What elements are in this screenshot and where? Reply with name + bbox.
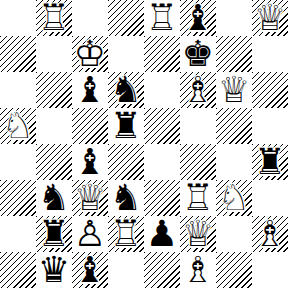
- square-h8[interactable]: ♛♕: [252, 0, 288, 36]
- square-g7[interactable]: [216, 36, 252, 72]
- piece-black-knight: ♞♞: [108, 180, 144, 216]
- square-g8[interactable]: [216, 0, 252, 36]
- piece-black-king: ♚♚: [180, 36, 216, 72]
- piece-glyph: ♕: [72, 180, 108, 216]
- square-f3[interactable]: ♜♖: [180, 180, 216, 216]
- piece-white-king: ♚♔: [72, 36, 108, 72]
- piece-glyph: ♞: [108, 180, 144, 216]
- square-e7[interactable]: [144, 36, 180, 72]
- square-h6[interactable]: [252, 72, 288, 108]
- piece-black-pawn: ♟♟: [144, 216, 180, 252]
- square-g3[interactable]: ♞♘: [216, 180, 252, 216]
- square-a3[interactable]: [0, 180, 36, 216]
- square-e1[interactable]: [144, 252, 180, 288]
- square-f6[interactable]: ♝♗: [180, 72, 216, 108]
- piece-glyph: ♖: [144, 0, 180, 36]
- square-c2[interactable]: ♟♙: [72, 216, 108, 252]
- piece-white-knight: ♞♘: [216, 180, 252, 216]
- square-d3[interactable]: ♞♞: [108, 180, 144, 216]
- square-h7[interactable]: [252, 36, 288, 72]
- square-c5[interactable]: [72, 108, 108, 144]
- square-a1[interactable]: [0, 252, 36, 288]
- square-e3[interactable]: [144, 180, 180, 216]
- piece-glyph: ♔: [72, 36, 108, 72]
- piece-glyph: ♝: [72, 72, 108, 108]
- piece-black-bishop: ♝♝: [72, 252, 108, 288]
- piece-black-bishop: ♝♝: [180, 0, 216, 36]
- piece-glyph: ♘: [216, 180, 252, 216]
- square-b3[interactable]: ♞♞: [36, 180, 72, 216]
- square-g1[interactable]: [216, 252, 252, 288]
- piece-glyph: ♞: [36, 180, 72, 216]
- square-e6[interactable]: [144, 72, 180, 108]
- square-c7[interactable]: ♚♔: [72, 36, 108, 72]
- square-f8[interactable]: ♝♝: [180, 0, 216, 36]
- square-c3[interactable]: ♛♕: [72, 180, 108, 216]
- piece-glyph: ♗: [252, 216, 288, 252]
- square-e8[interactable]: ♜♖: [144, 0, 180, 36]
- piece-glyph: ♖: [180, 180, 216, 216]
- square-d4[interactable]: [108, 144, 144, 180]
- square-a6[interactable]: [0, 72, 36, 108]
- piece-white-bishop: ♝♗: [180, 252, 216, 288]
- piece-black-knight: ♞♞: [108, 72, 144, 108]
- square-e4[interactable]: [144, 144, 180, 180]
- square-g2[interactable]: [216, 216, 252, 252]
- square-e2[interactable]: ♟♟: [144, 216, 180, 252]
- square-f4[interactable]: [180, 144, 216, 180]
- square-g6[interactable]: ♛♕: [216, 72, 252, 108]
- square-d1[interactable]: [108, 252, 144, 288]
- piece-black-knight: ♞♞: [36, 180, 72, 216]
- piece-glyph: ♕: [216, 72, 252, 108]
- square-g5[interactable]: [216, 108, 252, 144]
- piece-glyph: ♜: [108, 108, 144, 144]
- square-g4[interactable]: [216, 144, 252, 180]
- piece-glyph: ♞: [108, 72, 144, 108]
- square-d5[interactable]: ♜♜: [108, 108, 144, 144]
- square-d7[interactable]: [108, 36, 144, 72]
- piece-black-rook: ♜♜: [108, 108, 144, 144]
- piece-black-rook: ♜♜: [252, 144, 288, 180]
- square-h4[interactable]: ♜♜: [252, 144, 288, 180]
- square-b5[interactable]: [36, 108, 72, 144]
- piece-white-bishop: ♝♗: [180, 72, 216, 108]
- square-f1[interactable]: ♝♗: [180, 252, 216, 288]
- square-b6[interactable]: [36, 72, 72, 108]
- piece-white-rook: ♜♖: [180, 180, 216, 216]
- piece-black-bishop: ♝♝: [72, 72, 108, 108]
- square-c8[interactable]: [72, 0, 108, 36]
- piece-glyph: ♝: [72, 252, 108, 288]
- piece-white-queen: ♛♕: [252, 0, 288, 36]
- square-h5[interactable]: [252, 108, 288, 144]
- piece-black-rook: ♜♜: [36, 216, 72, 252]
- square-d2[interactable]: ♜♖: [108, 216, 144, 252]
- piece-glyph: ♟: [144, 216, 180, 252]
- piece-white-pawn: ♟♙: [72, 216, 108, 252]
- square-d6[interactable]: ♞♞: [108, 72, 144, 108]
- piece-glyph: ♚: [180, 36, 216, 72]
- piece-white-queen: ♛♕: [216, 72, 252, 108]
- square-f7[interactable]: ♚♚: [180, 36, 216, 72]
- square-c4[interactable]: ♝♝: [72, 144, 108, 180]
- square-b4[interactable]: [36, 144, 72, 180]
- square-b8[interactable]: ♜♖: [36, 0, 72, 36]
- square-b7[interactable]: [36, 36, 72, 72]
- square-f2[interactable]: ♛♕: [180, 216, 216, 252]
- square-h3[interactable]: [252, 180, 288, 216]
- square-h1[interactable]: [252, 252, 288, 288]
- piece-glyph: ♝: [72, 144, 108, 180]
- square-a2[interactable]: [0, 216, 36, 252]
- square-a8[interactable]: [0, 0, 36, 36]
- piece-glyph: ♗: [180, 72, 216, 108]
- piece-glyph: ♗: [180, 252, 216, 288]
- piece-glyph: ♕: [180, 216, 216, 252]
- piece-white-knight: ♞♘: [0, 108, 36, 144]
- piece-black-bishop: ♝♝: [72, 144, 108, 180]
- piece-white-rook: ♜♖: [108, 216, 144, 252]
- square-b2[interactable]: ♜♜: [36, 216, 72, 252]
- piece-glyph: ♘: [0, 108, 36, 144]
- square-a4[interactable]: [0, 144, 36, 180]
- piece-glyph: ♜: [252, 144, 288, 180]
- piece-glyph: ♙: [72, 216, 108, 252]
- piece-white-queen: ♛♕: [72, 180, 108, 216]
- square-c6[interactable]: ♝♝: [72, 72, 108, 108]
- square-h2[interactable]: ♝♗: [252, 216, 288, 252]
- square-a5[interactable]: ♞♘: [0, 108, 36, 144]
- square-c1[interactable]: ♝♝: [72, 252, 108, 288]
- piece-glyph: ♕: [252, 0, 288, 36]
- piece-glyph: ♜: [36, 216, 72, 252]
- square-e5[interactable]: [144, 108, 180, 144]
- piece-white-rook: ♜♖: [144, 0, 180, 36]
- square-f5[interactable]: [180, 108, 216, 144]
- piece-white-queen: ♛♕: [180, 216, 216, 252]
- piece-glyph: ♛: [36, 252, 72, 288]
- piece-glyph: ♖: [36, 0, 72, 36]
- piece-black-queen: ♛♛: [36, 252, 72, 288]
- square-a7[interactable]: [0, 36, 36, 72]
- piece-glyph: ♖: [108, 216, 144, 252]
- piece-glyph: ♝: [180, 0, 216, 36]
- chess-board: ♜♖♜♖♝♝♛♕♚♔♚♚♝♝♞♞♝♗♛♕♞♘♜♜♝♝♜♜♞♞♛♕♞♞♜♖♞♘♜♜…: [0, 0, 288, 288]
- piece-white-bishop: ♝♗: [252, 216, 288, 252]
- piece-white-rook: ♜♖: [36, 0, 72, 36]
- square-b1[interactable]: ♛♛: [36, 252, 72, 288]
- square-d8[interactable]: [108, 0, 144, 36]
